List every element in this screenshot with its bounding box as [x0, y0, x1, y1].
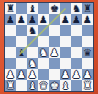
square-b2[interactable]: ♟ — [16, 69, 27, 80]
chess-board[interactable]: ♜♝♚♞♜♟♟♟♟♟♟♟♞♝♞♟♛♞♟♟♟♟♟♟♜♝♛♚♝♜ — [5, 3, 93, 91]
square-c7[interactable]: ♟ — [27, 14, 38, 25]
black-pawn-piece[interactable]: ♟ — [39, 14, 48, 25]
square-h4[interactable]: ♛ — [82, 47, 93, 58]
square-d2[interactable] — [38, 69, 49, 80]
square-f4[interactable] — [60, 47, 71, 58]
black-pawn-piece[interactable]: ♟ — [17, 14, 26, 25]
square-h8[interactable]: ♜ — [82, 3, 93, 14]
square-h6[interactable] — [82, 25, 93, 36]
square-g6[interactable] — [71, 25, 82, 36]
square-a6[interactable] — [5, 25, 16, 36]
square-c6[interactable]: ♞ — [27, 25, 38, 36]
square-d7[interactable]: ♟ — [38, 14, 49, 25]
white-knight-piece[interactable]: ♞ — [39, 47, 48, 58]
white-pawn-piece[interactable]: ♟ — [6, 69, 15, 80]
square-c8[interactable]: ♝ — [27, 3, 38, 14]
square-g2[interactable]: ♟ — [71, 69, 82, 80]
square-e2[interactable] — [49, 69, 60, 80]
square-c1[interactable]: ♝ — [27, 80, 38, 91]
square-e6[interactable] — [49, 25, 60, 36]
square-a2[interactable]: ♟ — [5, 69, 16, 80]
square-a7[interactable]: ♟ — [5, 14, 16, 25]
square-d8[interactable] — [38, 3, 49, 14]
white-king-piece[interactable]: ♚ — [50, 80, 59, 91]
black-pawn-piece[interactable]: ♟ — [72, 14, 81, 25]
square-b3[interactable] — [16, 58, 27, 69]
black-rook-piece[interactable]: ♜ — [6, 3, 15, 14]
black-rook-piece[interactable]: ♜ — [83, 3, 92, 14]
square-a8[interactable]: ♜ — [5, 3, 16, 14]
square-g3[interactable] — [71, 58, 82, 69]
square-b4[interactable]: ♝ — [16, 47, 27, 58]
square-d4[interactable]: ♞ — [38, 47, 49, 58]
black-pawn-piece[interactable]: ♟ — [6, 14, 15, 25]
white-pawn-piece[interactable]: ♟ — [50, 47, 59, 58]
white-queen-piece[interactable]: ♛ — [39, 80, 48, 91]
square-a5[interactable] — [5, 36, 16, 47]
white-pawn-piece[interactable]: ♟ — [28, 69, 37, 80]
square-f1[interactable]: ♝ — [60, 80, 71, 91]
white-rook-piece[interactable]: ♜ — [6, 80, 15, 91]
square-f3[interactable] — [60, 58, 71, 69]
white-rook-piece[interactable]: ♜ — [83, 80, 92, 91]
square-d1[interactable]: ♛ — [38, 80, 49, 91]
square-a4[interactable] — [5, 47, 16, 58]
square-h3[interactable] — [82, 58, 93, 69]
black-knight-piece[interactable]: ♞ — [72, 3, 81, 14]
white-pawn-piece[interactable]: ♟ — [61, 69, 70, 80]
square-b6[interactable] — [16, 25, 27, 36]
square-c2[interactable]: ♟ — [27, 69, 38, 80]
square-g7[interactable]: ♟ — [71, 14, 82, 25]
black-bishop-piece[interactable]: ♝ — [28, 3, 37, 14]
black-pawn-piece[interactable]: ♟ — [28, 14, 37, 25]
square-c4[interactable] — [27, 47, 38, 58]
square-e7[interactable] — [49, 14, 60, 25]
square-e4[interactable]: ♟ — [49, 47, 60, 58]
square-f6[interactable] — [60, 25, 71, 36]
white-knight-piece[interactable]: ♞ — [28, 58, 37, 69]
square-c5[interactable] — [27, 36, 38, 47]
white-pawn-piece[interactable]: ♟ — [72, 69, 81, 80]
white-pawn-piece[interactable]: ♟ — [83, 69, 92, 80]
square-b8[interactable] — [16, 3, 27, 14]
black-knight-piece[interactable]: ♞ — [28, 25, 37, 36]
square-g8[interactable]: ♞ — [71, 3, 82, 14]
square-b1[interactable] — [16, 80, 27, 91]
square-e3[interactable] — [49, 58, 60, 69]
square-f5[interactable] — [60, 36, 71, 47]
square-c3[interactable]: ♞ — [27, 58, 38, 69]
black-pawn-piece[interactable]: ♟ — [61, 14, 70, 25]
square-h5[interactable] — [82, 36, 93, 47]
square-g4[interactable] — [71, 47, 82, 58]
square-e1[interactable]: ♚ — [49, 80, 60, 91]
square-h2[interactable]: ♟ — [82, 69, 93, 80]
square-b7[interactable]: ♟ — [16, 14, 27, 25]
square-d6[interactable] — [38, 25, 49, 36]
board-frame: ♜♝♚♞♜♟♟♟♟♟♟♟♞♝♞♟♛♞♟♟♟♟♟♟♜♝♛♚♝♜ — [0, 0, 98, 94]
square-g5[interactable] — [71, 36, 82, 47]
square-b5[interactable] — [16, 36, 27, 47]
square-a1[interactable]: ♜ — [5, 80, 16, 91]
square-a3[interactable] — [5, 58, 16, 69]
square-f2[interactable]: ♟ — [60, 69, 71, 80]
black-bishop-piece[interactable]: ♝ — [17, 47, 26, 58]
square-d5[interactable] — [38, 36, 49, 47]
white-pawn-piece[interactable]: ♟ — [17, 69, 26, 80]
black-king-piece[interactable]: ♚ — [50, 3, 59, 14]
white-bishop-piece[interactable]: ♝ — [28, 80, 37, 91]
white-bishop-piece[interactable]: ♝ — [61, 80, 70, 91]
square-e8[interactable]: ♚ — [49, 3, 60, 14]
square-f7[interactable]: ♟ — [60, 14, 71, 25]
black-pawn-piece[interactable]: ♟ — [83, 14, 92, 25]
square-e5[interactable] — [49, 36, 60, 47]
square-h7[interactable]: ♟ — [82, 14, 93, 25]
square-h1[interactable]: ♜ — [82, 80, 93, 91]
square-f8[interactable] — [60, 3, 71, 14]
square-g1[interactable] — [71, 80, 82, 91]
square-d3[interactable] — [38, 58, 49, 69]
black-queen-piece[interactable]: ♛ — [83, 47, 92, 58]
